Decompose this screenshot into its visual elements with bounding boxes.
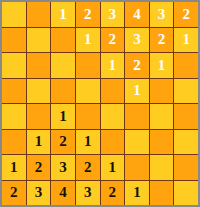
cell-number: 4 (59, 185, 67, 200)
cell-r3c7[interactable]: 1 (150, 53, 174, 78)
cell-number: 1 (59, 7, 67, 22)
cell-r8c3[interactable]: 4 (51, 181, 75, 206)
cell-number: 2 (84, 160, 92, 175)
cell-r8c5[interactable]: 2 (101, 181, 125, 206)
cell-r1c3[interactable]: 1 (51, 2, 75, 27)
cell-r4c2[interactable] (27, 79, 51, 104)
cell-r2c3[interactable] (51, 28, 75, 53)
cell-number: 1 (109, 160, 117, 175)
cell-r8c7[interactable] (150, 181, 174, 206)
cell-number: 2 (158, 32, 166, 47)
cell-r8c8[interactable] (174, 181, 198, 206)
cell-number: 1 (109, 58, 117, 73)
cell-r1c2[interactable] (27, 2, 51, 27)
cell-number: 1 (158, 58, 166, 73)
cell-r3c8[interactable] (174, 53, 198, 78)
cell-r4c3[interactable] (51, 79, 75, 104)
cell-r2c6[interactable]: 3 (125, 28, 149, 53)
cell-r5c4[interactable] (76, 104, 100, 129)
cell-r6c7[interactable] (150, 130, 174, 155)
cell-number: 1 (84, 134, 92, 149)
cell-r6c8[interactable] (174, 130, 198, 155)
cell-r5c6[interactable] (125, 104, 149, 129)
cell-number: 1 (84, 32, 92, 47)
cell-r2c2[interactable] (27, 28, 51, 53)
cell-number: 2 (182, 7, 190, 22)
cell-r7c6[interactable] (125, 155, 149, 180)
cell-r3c6[interactable]: 2 (125, 53, 149, 78)
cell-number: 2 (84, 7, 92, 22)
cell-number: 2 (133, 58, 141, 73)
cell-r5c7[interactable] (150, 104, 174, 129)
cell-r1c5[interactable]: 3 (101, 2, 125, 27)
cell-number: 2 (109, 32, 117, 47)
cell-r6c1[interactable] (2, 130, 26, 155)
cell-r7c7[interactable] (150, 155, 174, 180)
cell-r1c7[interactable]: 3 (150, 2, 174, 27)
cell-number: 4 (133, 7, 141, 22)
cell-number: 2 (10, 185, 18, 200)
cell-number: 3 (158, 7, 166, 22)
cell-r6c4[interactable]: 1 (76, 130, 100, 155)
cell-r5c1[interactable] (2, 104, 26, 129)
cell-number: 3 (84, 185, 92, 200)
cell-r8c6[interactable]: 1 (125, 181, 149, 206)
cell-r7c2[interactable]: 2 (27, 155, 51, 180)
cell-r3c2[interactable] (27, 53, 51, 78)
cell-number: 1 (133, 185, 141, 200)
cell-number: 1 (59, 109, 67, 124)
cell-r5c5[interactable] (101, 104, 125, 129)
puzzle-board: 123432123211211112112321234321 (0, 0, 200, 207)
cell-r1c4[interactable]: 2 (76, 2, 100, 27)
cell-r1c6[interactable]: 4 (125, 2, 149, 27)
cell-r7c4[interactable]: 2 (76, 155, 100, 180)
cell-number: 2 (59, 134, 67, 149)
cell-r2c5[interactable]: 2 (101, 28, 125, 53)
cell-r7c8[interactable] (174, 155, 198, 180)
cell-r5c3[interactable]: 1 (51, 104, 75, 129)
cell-r4c1[interactable] (2, 79, 26, 104)
cell-r4c8[interactable] (174, 79, 198, 104)
cell-number: 2 (109, 185, 117, 200)
cell-r2c8[interactable]: 1 (174, 28, 198, 53)
cell-r6c5[interactable] (101, 130, 125, 155)
cell-r3c1[interactable] (2, 53, 26, 78)
cell-number: 1 (133, 83, 141, 98)
cell-r8c4[interactable]: 3 (76, 181, 100, 206)
cell-r5c2[interactable] (27, 104, 51, 129)
cell-number: 3 (109, 7, 117, 22)
cell-r6c6[interactable] (125, 130, 149, 155)
cell-r6c2[interactable]: 1 (27, 130, 51, 155)
cell-number: 3 (133, 32, 141, 47)
cell-r2c7[interactable]: 2 (150, 28, 174, 53)
cell-r4c5[interactable] (101, 79, 125, 104)
cell-r8c1[interactable]: 2 (2, 181, 26, 206)
cell-r7c3[interactable]: 3 (51, 155, 75, 180)
cell-r4c7[interactable] (150, 79, 174, 104)
cell-number: 1 (182, 32, 190, 47)
cell-r1c1[interactable] (2, 2, 26, 27)
cell-r3c3[interactable] (51, 53, 75, 78)
cell-number: 3 (59, 160, 67, 175)
cell-r4c6[interactable]: 1 (125, 79, 149, 104)
cell-r1c8[interactable]: 2 (174, 2, 198, 27)
cell-number: 1 (10, 160, 18, 175)
cell-r2c1[interactable] (2, 28, 26, 53)
cell-r5c8[interactable] (174, 104, 198, 129)
cell-r2c4[interactable]: 1 (76, 28, 100, 53)
cell-number: 3 (35, 185, 43, 200)
cell-r7c1[interactable]: 1 (2, 155, 26, 180)
cell-number: 1 (35, 134, 43, 149)
cell-number: 2 (35, 160, 43, 175)
cell-r6c3[interactable]: 2 (51, 130, 75, 155)
cell-r3c4[interactable] (76, 53, 100, 78)
cell-r8c2[interactable]: 3 (27, 181, 51, 206)
cell-r4c4[interactable] (76, 79, 100, 104)
cell-r7c5[interactable]: 1 (101, 155, 125, 180)
cell-r3c5[interactable]: 1 (101, 53, 125, 78)
